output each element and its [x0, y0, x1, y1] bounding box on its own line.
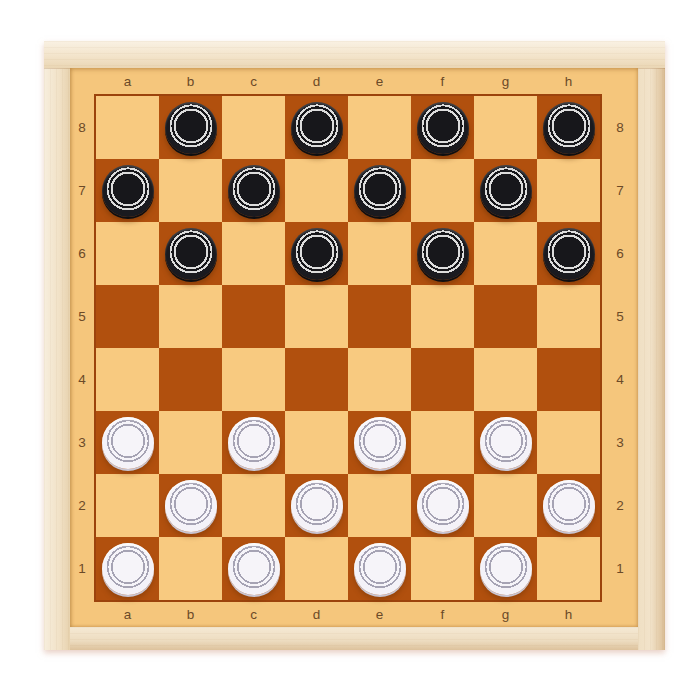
square-a1[interactable] — [96, 537, 159, 600]
file-label-top-g: g — [474, 74, 537, 89]
square-e7[interactable] — [348, 159, 411, 222]
file-labels-top: abcdefgh — [96, 68, 600, 94]
square-h6[interactable] — [537, 222, 600, 285]
rank-label-left-2: 2 — [78, 498, 86, 513]
square-d3[interactable] — [285, 411, 348, 474]
file-label-bottom-e: e — [348, 607, 411, 622]
rank-label-right-5: 5 — [616, 309, 624, 324]
square-h4[interactable] — [537, 348, 600, 411]
file-label-bottom-f: f — [411, 607, 474, 622]
rank-labels-right: 87654321 — [602, 96, 638, 600]
file-label-bottom-h: h — [537, 607, 600, 622]
square-b2[interactable] — [159, 474, 222, 537]
square-c5[interactable] — [222, 285, 285, 348]
checker-white-a3[interactable] — [102, 417, 154, 469]
square-b8[interactable] — [159, 96, 222, 159]
checker-black-f8[interactable] — [417, 102, 469, 154]
square-c6[interactable] — [222, 222, 285, 285]
square-d7[interactable] — [285, 159, 348, 222]
wooden-frame: abcdefgh abcdefgh 87654321 87654321 — [44, 41, 665, 650]
square-a7[interactable] — [96, 159, 159, 222]
square-f3[interactable] — [411, 411, 474, 474]
square-e6[interactable] — [348, 222, 411, 285]
rank-label-left-4: 4 — [78, 372, 86, 387]
square-e2[interactable] — [348, 474, 411, 537]
square-d2[interactable] — [285, 474, 348, 537]
file-label-bottom-g: g — [474, 607, 537, 622]
square-g5[interactable] — [474, 285, 537, 348]
square-e5[interactable] — [348, 285, 411, 348]
checker-white-g3[interactable] — [480, 417, 532, 469]
square-g2[interactable] — [474, 474, 537, 537]
checker-black-h8[interactable] — [543, 102, 595, 154]
checker-black-b6[interactable] — [165, 228, 217, 280]
square-b6[interactable] — [159, 222, 222, 285]
board-surface: abcdefgh abcdefgh 87654321 87654321 — [70, 68, 638, 627]
square-b1[interactable] — [159, 537, 222, 600]
file-label-bottom-b: b — [159, 607, 222, 622]
square-h5[interactable] — [537, 285, 600, 348]
square-a5[interactable] — [96, 285, 159, 348]
checker-black-c7[interactable] — [228, 165, 280, 217]
square-f6[interactable] — [411, 222, 474, 285]
checker-white-f2[interactable] — [417, 480, 469, 532]
checker-black-b8[interactable] — [165, 102, 217, 154]
square-c3[interactable] — [222, 411, 285, 474]
square-c7[interactable] — [222, 159, 285, 222]
rank-label-right-4: 4 — [616, 372, 624, 387]
file-label-top-c: c — [222, 74, 285, 89]
frame-rail-left — [44, 68, 70, 650]
square-a6[interactable] — [96, 222, 159, 285]
square-a2[interactable] — [96, 474, 159, 537]
rank-labels-left: 87654321 — [70, 96, 94, 600]
file-label-bottom-c: c — [222, 607, 285, 622]
rank-label-right-7: 7 — [616, 183, 624, 198]
rank-label-right-3: 3 — [616, 435, 624, 450]
checker-white-c3[interactable] — [228, 417, 280, 469]
file-label-bottom-d: d — [285, 607, 348, 622]
square-g8[interactable] — [474, 96, 537, 159]
rank-label-left-1: 1 — [78, 561, 86, 576]
square-b7[interactable] — [159, 159, 222, 222]
square-f1[interactable] — [411, 537, 474, 600]
square-e4[interactable] — [348, 348, 411, 411]
rank-label-left-7: 7 — [78, 183, 86, 198]
square-h7[interactable] — [537, 159, 600, 222]
rank-label-right-2: 2 — [616, 498, 624, 513]
square-c4[interactable] — [222, 348, 285, 411]
frame-rail-right — [638, 68, 665, 650]
square-d4[interactable] — [285, 348, 348, 411]
checker-white-e3[interactable] — [354, 417, 406, 469]
rank-label-left-6: 6 — [78, 246, 86, 261]
square-f8[interactable] — [411, 96, 474, 159]
checker-black-f6[interactable] — [417, 228, 469, 280]
rank-label-right-1: 1 — [616, 561, 624, 576]
file-label-top-a: a — [96, 74, 159, 89]
checker-black-e7[interactable] — [354, 165, 406, 217]
frame-rail-top — [44, 41, 665, 68]
square-a8[interactable] — [96, 96, 159, 159]
square-d6[interactable] — [285, 222, 348, 285]
checker-white-b2[interactable] — [165, 480, 217, 532]
square-b3[interactable] — [159, 411, 222, 474]
square-b5[interactable] — [159, 285, 222, 348]
square-e3[interactable] — [348, 411, 411, 474]
checker-white-e1[interactable] — [354, 543, 406, 595]
board-grid — [94, 94, 602, 602]
square-g7[interactable] — [474, 159, 537, 222]
square-h8[interactable] — [537, 96, 600, 159]
file-label-top-d: d — [285, 74, 348, 89]
rank-label-left-8: 8 — [78, 120, 86, 135]
checker-white-g1[interactable] — [480, 543, 532, 595]
square-f2[interactable] — [411, 474, 474, 537]
rank-label-left-3: 3 — [78, 435, 86, 450]
checker-black-d8[interactable] — [291, 102, 343, 154]
square-a3[interactable] — [96, 411, 159, 474]
square-f4[interactable] — [411, 348, 474, 411]
file-label-bottom-a: a — [96, 607, 159, 622]
frame-rail-bottom — [70, 626, 638, 650]
checker-white-c1[interactable] — [228, 543, 280, 595]
file-labels-bottom: abcdefgh — [96, 602, 600, 627]
square-h3[interactable] — [537, 411, 600, 474]
square-g1[interactable] — [474, 537, 537, 600]
square-g3[interactable] — [474, 411, 537, 474]
square-f7[interactable] — [411, 159, 474, 222]
square-e8[interactable] — [348, 96, 411, 159]
square-c8[interactable] — [222, 96, 285, 159]
board-photo: abcdefgh abcdefgh 87654321 87654321 — [0, 0, 700, 700]
checker-white-a1[interactable] — [102, 543, 154, 595]
file-label-top-b: b — [159, 74, 222, 89]
square-d5[interactable] — [285, 285, 348, 348]
square-e1[interactable] — [348, 537, 411, 600]
checker-black-g7[interactable] — [480, 165, 532, 217]
rank-label-right-6: 6 — [616, 246, 624, 261]
checker-white-h2[interactable] — [543, 480, 595, 532]
square-g4[interactable] — [474, 348, 537, 411]
square-c2[interactable] — [222, 474, 285, 537]
file-label-top-f: f — [411, 74, 474, 89]
checker-white-d2[interactable] — [291, 480, 343, 532]
square-a4[interactable] — [96, 348, 159, 411]
square-d1[interactable] — [285, 537, 348, 600]
square-g6[interactable] — [474, 222, 537, 285]
square-c1[interactable] — [222, 537, 285, 600]
file-label-top-e: e — [348, 74, 411, 89]
square-f5[interactable] — [411, 285, 474, 348]
file-label-top-h: h — [537, 74, 600, 89]
checker-black-h6[interactable] — [543, 228, 595, 280]
square-h1[interactable] — [537, 537, 600, 600]
rank-label-right-8: 8 — [616, 120, 624, 135]
checker-black-a7[interactable] — [102, 165, 154, 217]
checker-black-d6[interactable] — [291, 228, 343, 280]
square-b4[interactable] — [159, 348, 222, 411]
rank-label-left-5: 5 — [78, 309, 86, 324]
square-d8[interactable] — [285, 96, 348, 159]
square-h2[interactable] — [537, 474, 600, 537]
